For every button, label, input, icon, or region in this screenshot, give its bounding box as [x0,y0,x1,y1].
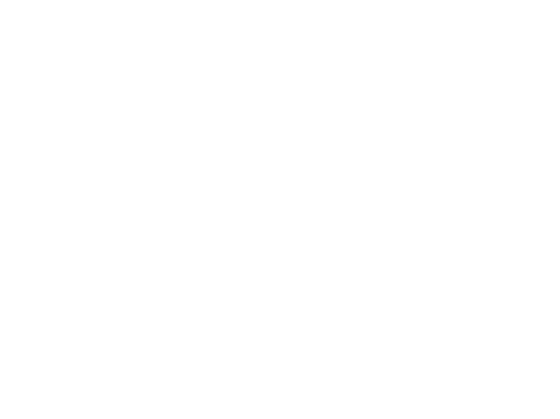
chess-set-photo [0,0,560,419]
chess-scene-svg [0,0,560,419]
